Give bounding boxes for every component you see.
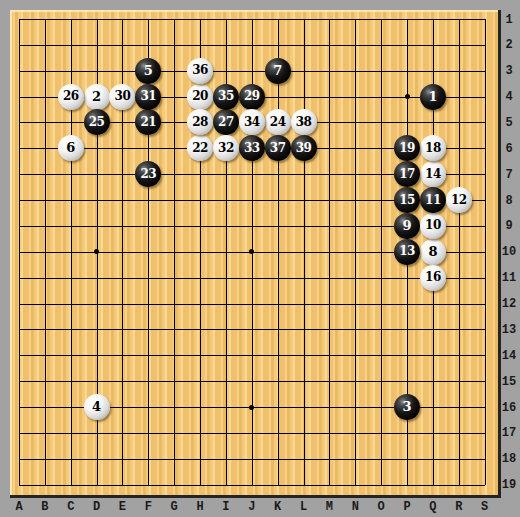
stone-number: 11 xyxy=(425,194,441,206)
grid-line xyxy=(19,433,486,434)
stone-number: 20 xyxy=(192,90,208,102)
row-label: 2 xyxy=(499,39,519,52)
stone-number: 7 xyxy=(273,64,282,77)
row-label: 12 xyxy=(499,298,519,311)
column-label: L xyxy=(294,500,314,514)
stone-number: 1 xyxy=(428,90,437,103)
stone-number: 4 xyxy=(92,400,101,413)
stone-number: 38 xyxy=(296,116,312,128)
stone-number: 13 xyxy=(399,245,415,257)
stone-black: 27 xyxy=(213,109,239,135)
grid-line xyxy=(381,19,382,486)
stone-number: 12 xyxy=(451,194,467,206)
stone-number: 26 xyxy=(63,90,79,102)
stone-number: 19 xyxy=(399,142,415,154)
stone-white: 6 xyxy=(58,135,84,161)
stone-number: 2 xyxy=(92,90,101,103)
stone-black: 21 xyxy=(135,109,161,135)
grid-line xyxy=(19,304,486,305)
column-label: S xyxy=(475,500,495,514)
stone-number: 37 xyxy=(270,142,286,154)
column-label: J xyxy=(242,500,262,514)
grid-line xyxy=(355,19,356,486)
stone-black: 29 xyxy=(239,84,265,110)
stone-white: 14 xyxy=(420,161,446,187)
star-point xyxy=(405,94,410,99)
row-label: 8 xyxy=(499,195,519,208)
stone-number: 30 xyxy=(115,90,131,102)
stone-white: 36 xyxy=(187,58,213,84)
row-label: 19 xyxy=(499,479,519,492)
stone-number: 35 xyxy=(218,90,234,102)
stone-white: 4 xyxy=(84,394,110,420)
stone-white: 8 xyxy=(420,239,446,265)
stone-white: 22 xyxy=(187,135,213,161)
row-label: 10 xyxy=(499,246,519,259)
row-label: 5 xyxy=(499,117,519,130)
column-label: E xyxy=(112,500,132,514)
grid-line xyxy=(459,19,460,486)
column-label: H xyxy=(190,500,210,514)
column-label: F xyxy=(138,500,158,514)
stone-white: 24 xyxy=(265,109,291,135)
stone-number: 29 xyxy=(244,90,260,102)
stone-white: 16 xyxy=(420,265,446,291)
stone-number: 32 xyxy=(218,142,234,154)
grid-line xyxy=(19,459,486,460)
row-label: 17 xyxy=(499,427,519,440)
stone-black: 31 xyxy=(135,84,161,110)
stone-number: 16 xyxy=(425,271,441,283)
row-label: 6 xyxy=(499,143,519,156)
row-label: 11 xyxy=(499,272,519,285)
stone-white: 30 xyxy=(109,84,135,110)
grid-line xyxy=(19,278,486,279)
stone-number: 34 xyxy=(244,116,260,128)
row-label: 15 xyxy=(499,376,519,389)
stone-white: 20 xyxy=(187,84,213,110)
stone-black: 33 xyxy=(239,135,265,161)
stone-black: 7 xyxy=(265,58,291,84)
column-label: G xyxy=(164,500,184,514)
stone-number: 6 xyxy=(66,141,75,154)
row-label: 1 xyxy=(499,14,519,27)
column-label: O xyxy=(371,500,391,514)
stone-number: 15 xyxy=(399,194,415,206)
stone-black: 1 xyxy=(420,84,446,110)
grid-line xyxy=(278,19,279,486)
stone-white: 34 xyxy=(239,109,265,135)
row-label: 18 xyxy=(499,453,519,466)
row-label: 7 xyxy=(499,169,519,182)
stone-number: 14 xyxy=(425,168,441,180)
stone-black: 35 xyxy=(213,84,239,110)
stone-black: 37 xyxy=(265,135,291,161)
star-point xyxy=(94,249,99,254)
stone-black: 11 xyxy=(420,187,446,213)
stone-white: 2 xyxy=(84,84,110,110)
grid-line xyxy=(304,19,305,486)
stone-number: 25 xyxy=(89,116,105,128)
stone-number: 8 xyxy=(428,245,437,258)
column-label: A xyxy=(9,500,29,514)
column-label: C xyxy=(61,500,81,514)
grid-line xyxy=(19,355,486,356)
stone-number: 31 xyxy=(140,90,156,102)
stone-number: 36 xyxy=(192,64,208,76)
star-point xyxy=(249,405,254,410)
grid-line xyxy=(485,19,486,486)
row-label: 13 xyxy=(499,324,519,337)
stone-number: 5 xyxy=(144,64,153,77)
grid-line xyxy=(19,381,486,382)
column-label: P xyxy=(397,500,417,514)
stone-white: 28 xyxy=(187,109,213,135)
stone-number: 27 xyxy=(218,116,234,128)
row-label: 16 xyxy=(499,402,519,415)
column-label: N xyxy=(345,500,365,514)
stone-number: 21 xyxy=(140,116,156,128)
row-label: 14 xyxy=(499,350,519,363)
stone-black: 17 xyxy=(394,161,420,187)
stone-number: 33 xyxy=(244,142,260,154)
stone-black: 13 xyxy=(394,239,420,265)
column-label: M xyxy=(319,500,339,514)
stone-white: 12 xyxy=(446,187,472,213)
column-label: Q xyxy=(423,500,443,514)
stone-number: 18 xyxy=(425,142,441,154)
row-label: 9 xyxy=(499,220,519,233)
stone-black: 5 xyxy=(135,58,161,84)
row-label: 4 xyxy=(499,91,519,104)
grid-line xyxy=(19,485,486,486)
stone-white: 26 xyxy=(58,84,84,110)
stone-number: 23 xyxy=(140,168,156,180)
stone-number: 24 xyxy=(270,116,286,128)
stone-white: 32 xyxy=(213,135,239,161)
stone-number: 39 xyxy=(296,142,312,154)
star-point xyxy=(249,249,254,254)
grid-line xyxy=(329,19,330,486)
stone-number: 22 xyxy=(192,142,208,154)
stone-white: 38 xyxy=(291,109,317,135)
stone-black: 15 xyxy=(394,187,420,213)
column-label: D xyxy=(87,500,107,514)
column-label: B xyxy=(35,500,55,514)
board-frame: 1234567891011121314151617181920212223242… xyxy=(0,0,520,517)
stone-black: 19 xyxy=(394,135,420,161)
stone-number: 9 xyxy=(403,219,412,232)
stone-white: 18 xyxy=(420,135,446,161)
stone-white: 10 xyxy=(420,213,446,239)
stone-black: 23 xyxy=(135,161,161,187)
stone-number: 28 xyxy=(192,116,208,128)
stone-number: 17 xyxy=(399,168,415,180)
stone-black: 39 xyxy=(291,135,317,161)
column-label: R xyxy=(449,500,469,514)
stone-black: 25 xyxy=(84,109,110,135)
stone-black: 9 xyxy=(394,213,420,239)
column-label: K xyxy=(268,500,288,514)
stone-number: 3 xyxy=(403,400,412,413)
grid-line xyxy=(19,329,486,330)
column-label: I xyxy=(216,500,236,514)
go-board[interactable]: 1234567891011121314151617181920212223242… xyxy=(10,10,501,498)
stone-black: 3 xyxy=(394,394,420,420)
row-label: 3 xyxy=(499,65,519,78)
stone-number: 10 xyxy=(425,219,441,231)
